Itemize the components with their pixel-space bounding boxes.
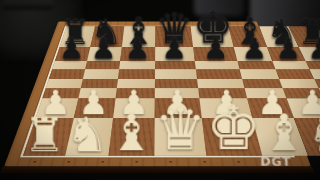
piece-black-pawn-f7[interactable]: ♟ xyxy=(242,35,267,62)
piece-black-pawn-d7[interactable]: ♟ xyxy=(162,35,187,62)
square-g6[interactable] xyxy=(272,61,309,70)
square-d1[interactable]: ♛ xyxy=(154,118,206,156)
piece-black-pawn-c7[interactable]: ♟ xyxy=(125,35,150,62)
board-grid: ♜♞♝♛♚♝♞♜♟♟♟♟♟♟♟♟♟♟♟♟♟♟♟♟♜♞♝♛♚♝♞♜ xyxy=(23,26,292,155)
square-e7[interactable]: ♟ xyxy=(193,47,237,61)
square-a5[interactable] xyxy=(49,69,85,78)
square-c5[interactable] xyxy=(118,69,155,78)
piece-black-pawn-e7[interactable]: ♟ xyxy=(203,35,228,62)
piece-white-knight-b1[interactable]: ♞ xyxy=(66,112,109,158)
board-coordinate-ticks xyxy=(33,161,282,163)
piece-white-knight-g1[interactable]: ♞ xyxy=(306,112,320,158)
chess-board: ♜♞♝♛♚♝♞♜♟♟♟♟♟♟♟♟♟♟♟♟♟♟♟♟♜♞♝♛♚♝♞♜ DGT xyxy=(4,22,311,167)
square-e5[interactable] xyxy=(196,69,242,78)
background-chair-edge xyxy=(2,0,54,10)
square-e6[interactable] xyxy=(195,61,240,70)
square-e1[interactable]: ♚ xyxy=(202,118,262,156)
square-a6[interactable] xyxy=(52,61,87,70)
piece-white-bishop-f1[interactable]: ♝ xyxy=(261,110,306,158)
square-c6[interactable] xyxy=(119,61,155,70)
photo-scene: ♜♞♝♛♚♝♞♜♟♟♟♟♟♟♟♟♟♟♟♟♟♟♟♟♜♞♝♛♚♝♞♜ DGT xyxy=(0,0,320,180)
piece-black-pawn-g7[interactable]: ♟ xyxy=(275,35,300,62)
piece-black-pawn-a7[interactable]: ♟ xyxy=(59,35,84,62)
board-side-face xyxy=(0,166,314,173)
square-f6[interactable] xyxy=(237,61,275,70)
square-a7[interactable]: ♟ xyxy=(55,47,90,61)
piece-black-pawn-h7[interactable]: ♟ xyxy=(308,35,320,62)
square-d6[interactable] xyxy=(155,61,196,70)
square-d7[interactable]: ♟ xyxy=(155,47,195,61)
square-g5[interactable] xyxy=(275,69,313,78)
square-b5[interactable] xyxy=(83,69,119,78)
square-f5[interactable] xyxy=(239,69,278,78)
piece-white-bishop-c1[interactable]: ♝ xyxy=(109,110,154,158)
square-d5[interactable] xyxy=(155,69,197,78)
square-c7[interactable]: ♟ xyxy=(120,47,155,61)
square-f7[interactable]: ♟ xyxy=(234,47,272,61)
piece-white-rook-a1[interactable]: ♜ xyxy=(24,113,66,157)
piece-white-queen-d1[interactable]: ♛ xyxy=(154,103,206,158)
square-b1[interactable]: ♞ xyxy=(65,118,113,156)
square-g7[interactable]: ♟ xyxy=(267,47,305,61)
square-b6[interactable] xyxy=(85,61,120,70)
piece-white-king-e1[interactable]: ♚ xyxy=(206,100,261,158)
square-b7[interactable]: ♟ xyxy=(87,47,122,61)
piece-black-pawn-b7[interactable]: ♟ xyxy=(91,35,116,62)
square-c1[interactable]: ♝ xyxy=(109,118,155,156)
dgt-logo: DGT xyxy=(258,155,293,168)
